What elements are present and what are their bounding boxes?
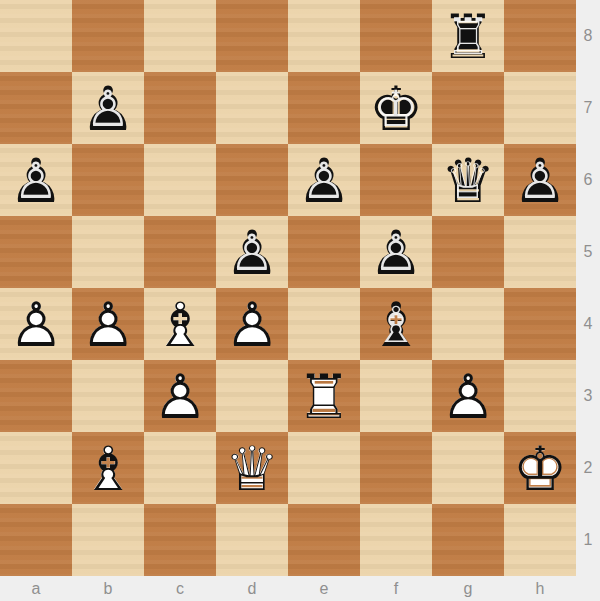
piece-white-pawn[interactable]: ♟♙ bbox=[72, 288, 144, 360]
square-b2[interactable]: ♝♗ bbox=[72, 432, 144, 504]
piece-outline-layer: ♗ bbox=[366, 294, 425, 353]
square-a4[interactable]: ♟♙ bbox=[0, 288, 72, 360]
square-h1[interactable] bbox=[504, 504, 576, 576]
piece-outline-layer: ♔ bbox=[504, 432, 576, 504]
square-g1[interactable] bbox=[432, 504, 504, 576]
piece-outline-layer: ♕ bbox=[216, 432, 288, 504]
piece-outline-layer: ♖ bbox=[288, 360, 360, 432]
rank-label-6: 6 bbox=[576, 144, 600, 216]
square-e3[interactable]: ♜♖ bbox=[288, 360, 360, 432]
piece-fill-layer: ♛ bbox=[217, 433, 287, 503]
piece-fill-layer: ♛ bbox=[432, 144, 504, 216]
square-f4[interactable]: ♝♗ bbox=[360, 288, 432, 360]
piece-black-pawn[interactable]: ♟♙ bbox=[216, 216, 288, 288]
square-f8[interactable] bbox=[360, 0, 432, 72]
rank-label-8: 8 bbox=[576, 0, 600, 72]
piece-black-rook[interactable]: ♜♖ bbox=[432, 0, 504, 72]
square-a1[interactable] bbox=[0, 504, 72, 576]
square-c5[interactable] bbox=[144, 216, 216, 288]
piece-white-bishop[interactable]: ♝♗ bbox=[72, 432, 144, 504]
square-e7[interactable] bbox=[288, 72, 360, 144]
square-b1[interactable] bbox=[72, 504, 144, 576]
square-d5[interactable]: ♟♙ bbox=[216, 216, 288, 288]
file-label-b: b bbox=[72, 576, 144, 601]
piece-black-pawn[interactable]: ♟♙ bbox=[72, 72, 144, 144]
square-b8[interactable] bbox=[72, 0, 144, 72]
piece-fill-layer: ♟ bbox=[504, 144, 576, 216]
piece-fill-layer: ♚ bbox=[360, 72, 432, 144]
piece-outline-layer: ♙ bbox=[294, 150, 353, 209]
square-b3[interactable] bbox=[72, 360, 144, 432]
square-c4[interactable]: ♝♗ bbox=[144, 288, 216, 360]
file-coordinates: abcdefgh bbox=[0, 576, 576, 601]
square-a8[interactable] bbox=[0, 0, 72, 72]
piece-fill-layer: ♟ bbox=[0, 144, 72, 216]
square-e1[interactable] bbox=[288, 504, 360, 576]
square-g8[interactable]: ♜♖ bbox=[432, 0, 504, 72]
square-g2[interactable] bbox=[432, 432, 504, 504]
square-c8[interactable] bbox=[144, 0, 216, 72]
square-e2[interactable] bbox=[288, 432, 360, 504]
square-d2[interactable]: ♛♕ bbox=[216, 432, 288, 504]
rank-label-1: 1 bbox=[576, 504, 600, 576]
rank-label-3: 3 bbox=[576, 360, 600, 432]
square-g7[interactable] bbox=[432, 72, 504, 144]
piece-fill-layer: ♟ bbox=[1, 289, 71, 359]
piece-white-pawn[interactable]: ♟♙ bbox=[432, 360, 504, 432]
square-f6[interactable] bbox=[360, 144, 432, 216]
square-d3[interactable] bbox=[216, 360, 288, 432]
square-d8[interactable] bbox=[216, 0, 288, 72]
square-h4[interactable] bbox=[504, 288, 576, 360]
rank-label-5: 5 bbox=[576, 216, 600, 288]
file-label-c: c bbox=[144, 576, 216, 601]
piece-white-pawn[interactable]: ♟♙ bbox=[0, 288, 72, 360]
piece-fill-layer: ♚ bbox=[505, 433, 575, 503]
square-a7[interactable] bbox=[0, 72, 72, 144]
piece-white-queen[interactable]: ♛♕ bbox=[216, 432, 288, 504]
piece-white-rook[interactable]: ♜♖ bbox=[288, 360, 360, 432]
file-label-e: e bbox=[288, 576, 360, 601]
file-label-a: a bbox=[0, 576, 72, 601]
square-h7[interactable] bbox=[504, 72, 576, 144]
piece-fill-layer: ♝ bbox=[360, 288, 432, 360]
square-g5[interactable] bbox=[432, 216, 504, 288]
piece-black-pawn[interactable]: ♟♙ bbox=[360, 216, 432, 288]
square-a5[interactable] bbox=[0, 216, 72, 288]
piece-fill-layer: ♟ bbox=[73, 289, 143, 359]
piece-fill-layer: ♟ bbox=[217, 289, 287, 359]
piece-black-pawn[interactable]: ♟♙ bbox=[0, 144, 72, 216]
square-h3[interactable] bbox=[504, 360, 576, 432]
square-d6[interactable] bbox=[216, 144, 288, 216]
square-d1[interactable] bbox=[216, 504, 288, 576]
piece-fill-layer: ♟ bbox=[216, 216, 288, 288]
piece-outline-layer: ♙ bbox=[510, 150, 569, 209]
piece-outline-layer: ♙ bbox=[78, 78, 137, 137]
square-g6[interactable]: ♛♕ bbox=[432, 144, 504, 216]
square-f2[interactable] bbox=[360, 432, 432, 504]
chess-board-screen: ♜♖♟♙♚♔♟♙♟♙♛♕♟♙♟♙♟♙♟♙♟♙♝♗♟♙♝♗♟♙♜♖♟♙♝♗♛♕♚♔… bbox=[0, 0, 600, 601]
square-e6[interactable]: ♟♙ bbox=[288, 144, 360, 216]
piece-outline-layer: ♙ bbox=[72, 288, 144, 360]
piece-outline-layer: ♙ bbox=[6, 150, 65, 209]
square-c3[interactable]: ♟♙ bbox=[144, 360, 216, 432]
piece-fill-layer: ♟ bbox=[145, 361, 215, 431]
piece-black-king[interactable]: ♚♔ bbox=[360, 72, 432, 144]
square-g3[interactable]: ♟♙ bbox=[432, 360, 504, 432]
piece-outline-layer: ♕ bbox=[438, 150, 497, 209]
square-f5[interactable]: ♟♙ bbox=[360, 216, 432, 288]
square-c6[interactable] bbox=[144, 144, 216, 216]
rank-label-4: 4 bbox=[576, 288, 600, 360]
piece-fill-layer: ♟ bbox=[360, 216, 432, 288]
square-f1[interactable] bbox=[360, 504, 432, 576]
square-e4[interactable] bbox=[288, 288, 360, 360]
file-label-d: d bbox=[216, 576, 288, 601]
piece-outline-layer: ♔ bbox=[366, 78, 425, 137]
piece-outline-layer: ♙ bbox=[144, 360, 216, 432]
piece-outline-layer: ♙ bbox=[366, 222, 425, 281]
piece-fill-layer: ♜ bbox=[289, 361, 359, 431]
square-b7[interactable]: ♟♙ bbox=[72, 72, 144, 144]
piece-outline-layer: ♙ bbox=[0, 288, 72, 360]
square-h5[interactable] bbox=[504, 216, 576, 288]
chess-board: ♜♖♟♙♚♔♟♙♟♙♛♕♟♙♟♙♟♙♟♙♟♙♝♗♟♙♝♗♟♙♜♖♟♙♝♗♛♕♚♔ bbox=[0, 0, 576, 576]
piece-fill-layer: ♟ bbox=[72, 72, 144, 144]
square-f7[interactable]: ♚♔ bbox=[360, 72, 432, 144]
piece-outline-layer: ♖ bbox=[438, 6, 497, 65]
piece-fill-layer: ♝ bbox=[145, 289, 215, 359]
piece-black-pawn[interactable]: ♟♙ bbox=[504, 144, 576, 216]
piece-black-bishop[interactable]: ♝♗ bbox=[360, 288, 432, 360]
square-h2[interactable]: ♚♔ bbox=[504, 432, 576, 504]
square-f3[interactable] bbox=[360, 360, 432, 432]
piece-fill-layer: ♟ bbox=[433, 361, 503, 431]
square-d7[interactable] bbox=[216, 72, 288, 144]
square-c1[interactable] bbox=[144, 504, 216, 576]
piece-white-king[interactable]: ♚♔ bbox=[504, 432, 576, 504]
piece-outline-layer: ♙ bbox=[216, 288, 288, 360]
piece-outline-layer: ♙ bbox=[432, 360, 504, 432]
piece-white-bishop[interactable]: ♝♗ bbox=[144, 288, 216, 360]
file-label-h: h bbox=[504, 576, 576, 601]
square-c7[interactable] bbox=[144, 72, 216, 144]
piece-outline-layer: ♗ bbox=[72, 432, 144, 504]
rank-label-7: 7 bbox=[576, 72, 600, 144]
piece-fill-layer: ♟ bbox=[288, 144, 360, 216]
square-b6[interactable] bbox=[72, 144, 144, 216]
file-label-g: g bbox=[432, 576, 504, 601]
square-c2[interactable] bbox=[144, 432, 216, 504]
piece-white-pawn[interactable]: ♟♙ bbox=[144, 360, 216, 432]
file-label-f: f bbox=[360, 576, 432, 601]
rank-label-2: 2 bbox=[576, 432, 600, 504]
square-b5[interactable] bbox=[72, 216, 144, 288]
square-a2[interactable] bbox=[0, 432, 72, 504]
square-h8[interactable] bbox=[504, 0, 576, 72]
piece-fill-layer: ♝ bbox=[73, 433, 143, 503]
square-e8[interactable] bbox=[288, 0, 360, 72]
piece-black-pawn[interactable]: ♟♙ bbox=[288, 144, 360, 216]
rank-coordinates: 87654321 bbox=[576, 0, 600, 576]
square-a6[interactable]: ♟♙ bbox=[0, 144, 72, 216]
piece-outline-layer: ♙ bbox=[222, 222, 281, 281]
square-e5[interactable] bbox=[288, 216, 360, 288]
square-g4[interactable] bbox=[432, 288, 504, 360]
square-d4[interactable]: ♟♙ bbox=[216, 288, 288, 360]
piece-white-pawn[interactable]: ♟♙ bbox=[216, 288, 288, 360]
piece-black-queen[interactable]: ♛♕ bbox=[432, 144, 504, 216]
piece-fill-layer: ♜ bbox=[432, 0, 504, 72]
square-b4[interactable]: ♟♙ bbox=[72, 288, 144, 360]
square-h6[interactable]: ♟♙ bbox=[504, 144, 576, 216]
piece-outline-layer: ♗ bbox=[144, 288, 216, 360]
square-a3[interactable] bbox=[0, 360, 72, 432]
